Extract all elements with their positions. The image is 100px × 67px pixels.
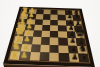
square-h2: ♟ (19, 51, 30, 60)
square-e4 (41, 31, 50, 38)
square-h7: ♟ (68, 53, 79, 62)
square-d3 (34, 25, 43, 31)
chess-box: ♜♟♟♜♞♟♟♞♝♟♟♝♛♟♟♛♚♟♟♚♝♟♟♝♞♟♟♞♜♟♟♜ (3, 7, 95, 67)
chess-board: ♜♟♟♜♞♟♟♞♝♟♟♝♛♟♟♛♚♟♟♚♝♟♟♝♞♟♟♞♜♟♟♜ (8, 8, 91, 63)
square-h4 (39, 52, 49, 61)
square-c5 (50, 20, 58, 26)
square-g5 (49, 45, 58, 53)
square-h8: ♜ (78, 53, 89, 62)
black-pawn: ♟ (69, 52, 79, 62)
white-pawn: ♟ (19, 50, 29, 60)
square-h5 (49, 52, 59, 61)
square-f4 (41, 37, 50, 44)
box-front-panel (3, 64, 95, 67)
square-h3 (29, 52, 40, 61)
black-rook: ♜ (79, 52, 89, 62)
chess-set-photo: ♜♟♟♜♞♟♟♞♝♟♟♝♛♟♟♛♚♟♟♚♝♟♟♝♞♟♟♞♜♟♟♜ (0, 0, 100, 67)
